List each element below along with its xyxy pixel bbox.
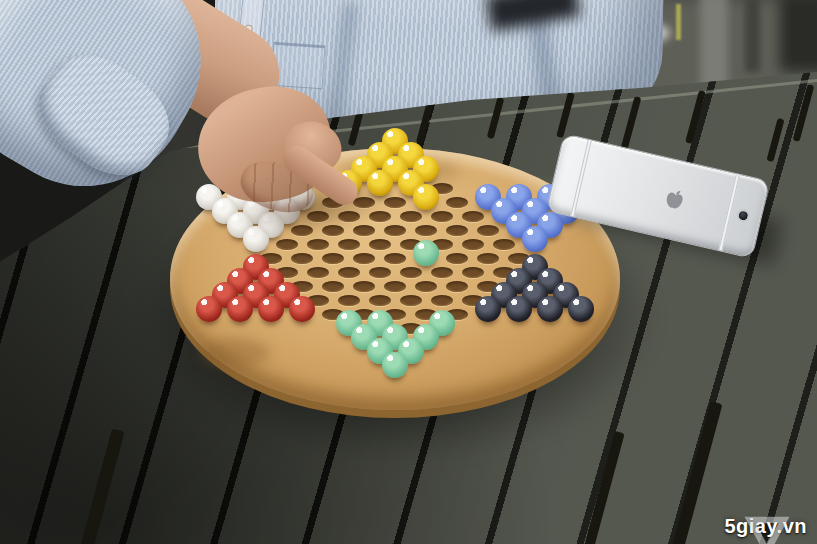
board-hole[interactable] (369, 267, 391, 278)
board-cell (303, 265, 334, 279)
board-cell (380, 195, 411, 209)
board-hole[interactable] (291, 225, 313, 236)
board-cell (473, 251, 504, 265)
board-cell (349, 223, 380, 237)
board-hole[interactable] (322, 225, 344, 236)
board-cell (504, 307, 535, 321)
board-hole[interactable] (307, 211, 329, 222)
board-hole[interactable] (338, 295, 360, 306)
board-hole[interactable] (462, 211, 484, 222)
board-cell (334, 293, 365, 307)
board-cell (442, 195, 473, 209)
marble-blue[interactable] (522, 226, 548, 252)
marble-red[interactable] (289, 296, 315, 322)
board-hole[interactable] (369, 211, 391, 222)
marble-black[interactable] (475, 296, 501, 322)
board-cell (566, 307, 597, 321)
board-cell (318, 223, 349, 237)
board-hole[interactable] (369, 295, 391, 306)
board-cell (473, 223, 504, 237)
board-hole[interactable] (338, 267, 360, 278)
board-hole[interactable] (307, 267, 329, 278)
board-cell (411, 223, 442, 237)
board-hole[interactable] (338, 211, 360, 222)
board-hole[interactable] (291, 253, 313, 264)
board-hole[interactable] (446, 197, 468, 208)
background-corner (780, 0, 817, 72)
board-cell (194, 307, 225, 321)
marble-black[interactable] (537, 296, 563, 322)
marble-green[interactable] (382, 352, 408, 378)
board-cell (520, 237, 551, 251)
background-post-dark (745, 0, 760, 72)
board-hole[interactable] (446, 225, 468, 236)
board-cell (365, 293, 396, 307)
antenna-line (570, 140, 591, 217)
marble-red[interactable] (227, 296, 253, 322)
board-row (194, 237, 597, 251)
board-cell (349, 279, 380, 293)
board-cell (241, 237, 272, 251)
board-cell (427, 265, 458, 279)
board-row (194, 335, 597, 349)
board-cell (287, 251, 318, 265)
board-cell (318, 251, 349, 265)
board-cell (380, 223, 411, 237)
marble-white[interactable] (243, 226, 269, 252)
apple-logo-icon (663, 187, 685, 212)
board-cell (427, 293, 458, 307)
board-hole[interactable] (462, 239, 484, 250)
watermark: 5giay.vn (724, 515, 807, 538)
shirt-button (245, 25, 253, 33)
marble-yellow[interactable] (413, 184, 439, 210)
board-cell (380, 279, 411, 293)
board-hole[interactable] (477, 253, 499, 264)
board-cell (349, 251, 380, 265)
board-cell (458, 209, 489, 223)
board-hole[interactable] (446, 253, 468, 264)
marble-yellow[interactable] (367, 170, 393, 196)
board-hole[interactable] (431, 295, 453, 306)
board-cell (334, 237, 365, 251)
board-cell (256, 307, 287, 321)
board-cell (365, 181, 396, 195)
board-cell (365, 209, 396, 223)
board-hole[interactable] (462, 267, 484, 278)
board-row (194, 139, 597, 153)
board-cell (272, 237, 303, 251)
board-hole[interactable] (400, 211, 422, 222)
board-cell (380, 363, 411, 377)
board-cell (442, 279, 473, 293)
board-cell (442, 251, 473, 265)
board-cell (287, 307, 318, 321)
board-cell (535, 307, 566, 321)
board-cell (380, 251, 411, 265)
marble-green[interactable] (413, 240, 439, 266)
board-hole[interactable] (446, 281, 468, 292)
board-cell (473, 307, 504, 321)
board-star-grid (194, 139, 597, 377)
board-cell (303, 237, 334, 251)
board-cell (396, 209, 427, 223)
board-cell (287, 223, 318, 237)
board-cell (442, 223, 473, 237)
background-stick (676, 4, 681, 40)
board-hole[interactable] (276, 239, 298, 250)
board-hole[interactable] (384, 281, 406, 292)
shirt-placket (233, 0, 266, 90)
board-hole[interactable] (384, 225, 406, 236)
board-hole[interactable] (353, 225, 375, 236)
photo-scene: 5giay.vn (0, 0, 817, 544)
board-cell (458, 237, 489, 251)
board-hole[interactable] (431, 211, 453, 222)
board-hole[interactable] (431, 267, 453, 278)
board-cell (396, 265, 427, 279)
board-cell (458, 265, 489, 279)
shirt-fold (325, 2, 359, 133)
board-hole[interactable] (477, 225, 499, 236)
marble-black[interactable] (568, 296, 594, 322)
board-hole[interactable] (369, 239, 391, 250)
board-hole[interactable] (322, 281, 344, 292)
board-cell (365, 237, 396, 251)
marble-black[interactable] (506, 296, 532, 322)
board-cell (318, 195, 349, 209)
board-hole[interactable] (322, 253, 344, 264)
board-cell (427, 209, 458, 223)
board-cell (489, 237, 520, 251)
marble-red[interactable] (196, 296, 222, 322)
board-cell (334, 181, 365, 195)
board-row (194, 167, 597, 181)
board-hole[interactable] (353, 197, 375, 208)
board-row (194, 363, 597, 377)
board-cell (225, 307, 256, 321)
board-cell (411, 195, 442, 209)
board-row (194, 307, 597, 321)
marble-yellow[interactable] (336, 170, 362, 196)
board-hole[interactable] (415, 281, 437, 292)
marble-red[interactable] (258, 296, 284, 322)
board-cell (349, 195, 380, 209)
board-cell (334, 209, 365, 223)
board-hole[interactable] (353, 253, 375, 264)
board-cell (411, 251, 442, 265)
board-cell (303, 209, 334, 223)
background-post (700, 0, 728, 90)
triangle-logo (743, 515, 791, 544)
board-cell (396, 293, 427, 307)
board-hole[interactable] (493, 239, 515, 250)
board-hole[interactable] (400, 267, 422, 278)
board-cell (411, 279, 442, 293)
camera-lens-icon (735, 208, 751, 224)
board-hole[interactable] (384, 197, 406, 208)
background-red-object (100, 0, 146, 34)
shirt-pocket (271, 42, 326, 90)
board-hole[interactable] (415, 225, 437, 236)
board-hole[interactable] (400, 295, 422, 306)
board-hole[interactable] (307, 239, 329, 250)
board-hole[interactable] (338, 239, 360, 250)
board-cell (365, 265, 396, 279)
board-hole[interactable] (384, 253, 406, 264)
board-cell (318, 279, 349, 293)
board-hole[interactable] (322, 197, 344, 208)
board-cell (334, 265, 365, 279)
board-hole[interactable] (353, 281, 375, 292)
